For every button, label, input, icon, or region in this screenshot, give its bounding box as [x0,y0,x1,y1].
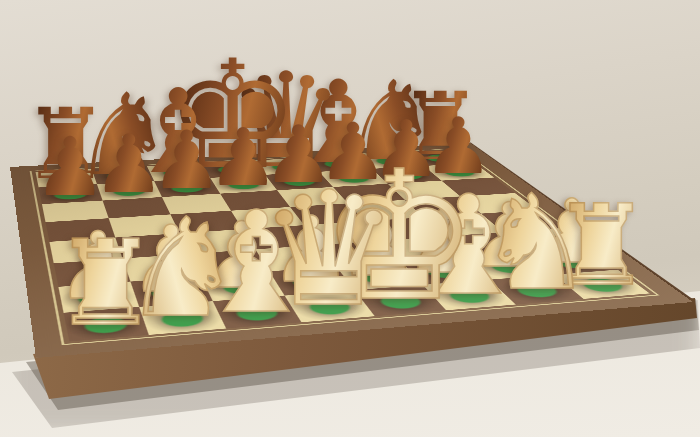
piece-white-rook: ♜ [53,224,158,341]
pieces-layer: ♜♞♝♚♛♝♞♜♟♟♟♟♟♟♟♟♟♟♟♟♟♟♟♟♜♞♝♛♚♝♞♜ [0,0,700,437]
photo-backdrop: ♜♞♝♚♛♝♞♜♟♟♟♟♟♟♟♟♟♟♟♟♟♟♟♟♜♞♝♛♚♝♞♜ [0,0,700,437]
piece-black-pawn: ♟ [34,127,107,208]
